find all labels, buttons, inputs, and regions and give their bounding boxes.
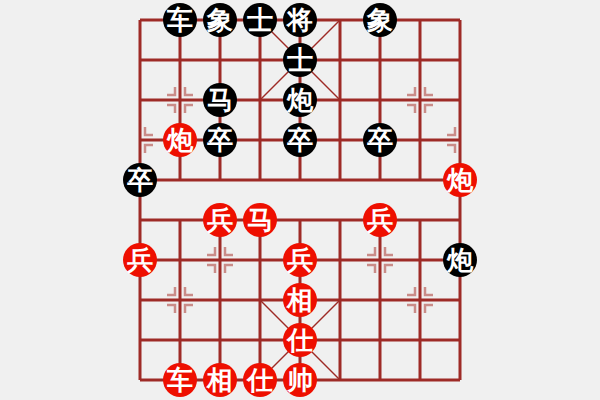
- piece-black-soldier[interactable]: 卒: [123, 163, 157, 197]
- piece-red-soldier[interactable]: 兵: [363, 203, 397, 237]
- piece-red-elephant[interactable]: 相: [283, 283, 317, 317]
- piece-red-soldier[interactable]: 兵: [283, 243, 317, 277]
- piece-black-elephant[interactable]: 象: [363, 3, 397, 37]
- piece-black-cannon[interactable]: 炮: [443, 243, 477, 277]
- piece-black-soldier[interactable]: 卒: [363, 123, 397, 157]
- piece-red-horse[interactable]: 马: [243, 203, 277, 237]
- piece-black-advisor[interactable]: 士: [283, 43, 317, 77]
- piece-red-chariot[interactable]: 车: [163, 363, 197, 397]
- piece-red-elephant[interactable]: 相: [203, 363, 237, 397]
- piece-red-soldier[interactable]: 兵: [203, 203, 237, 237]
- piece-red-soldier[interactable]: 兵: [123, 243, 157, 277]
- piece-black-soldier[interactable]: 卒: [283, 123, 317, 157]
- piece-black-elephant[interactable]: 象: [203, 3, 237, 37]
- piece-red-general[interactable]: 帅: [283, 363, 317, 397]
- pieces-layer: 车象士将象士马炮炮卒卒卒卒炮兵马兵兵兵炮相仕车相仕帅: [0, 0, 600, 400]
- piece-red-advisor[interactable]: 仕: [283, 323, 317, 357]
- piece-red-cannon[interactable]: 炮: [443, 163, 477, 197]
- piece-black-general[interactable]: 将: [283, 3, 317, 37]
- piece-red-advisor[interactable]: 仕: [243, 363, 277, 397]
- piece-red-cannon[interactable]: 炮: [163, 123, 197, 157]
- piece-black-chariot[interactable]: 车: [163, 3, 197, 37]
- piece-black-soldier[interactable]: 卒: [203, 123, 237, 157]
- xiangqi-board: 车象士将象士马炮炮卒卒卒卒炮兵马兵兵兵炮相仕车相仕帅: [0, 0, 600, 400]
- piece-black-cannon[interactable]: 炮: [283, 83, 317, 117]
- piece-black-horse[interactable]: 马: [203, 83, 237, 117]
- piece-black-advisor[interactable]: 士: [243, 3, 277, 37]
